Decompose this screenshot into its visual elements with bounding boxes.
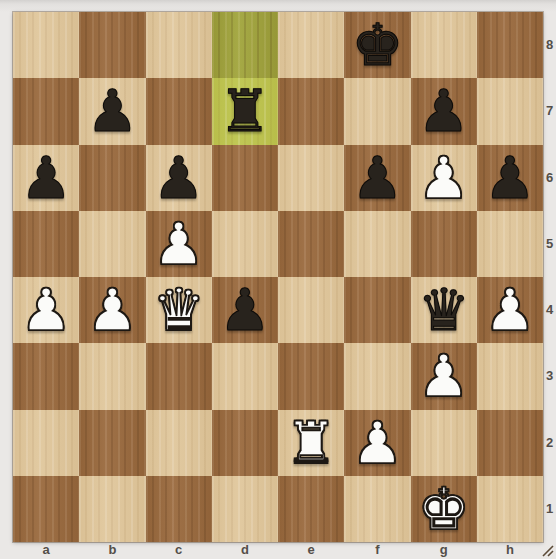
- rank-labels: 87654321: [543, 12, 556, 542]
- square-d4[interactable]: ♟: [212, 277, 278, 343]
- rank-label-6: 6: [543, 145, 556, 211]
- square-e5[interactable]: [278, 211, 344, 277]
- file-labels: abcdefgh: [13, 542, 543, 559]
- rank-label-5: 5: [543, 211, 556, 277]
- square-g2[interactable]: [411, 410, 477, 476]
- piece-black-pawn[interactable]: ♟: [477, 145, 543, 211]
- file-label-e: e: [278, 542, 344, 559]
- square-h8[interactable]: [477, 12, 543, 78]
- square-d3[interactable]: [212, 343, 278, 409]
- square-g3[interactable]: ♟: [411, 343, 477, 409]
- square-b6[interactable]: [79, 145, 145, 211]
- file-label-c: c: [146, 542, 212, 559]
- square-f3[interactable]: [344, 343, 410, 409]
- square-h2[interactable]: [477, 410, 543, 476]
- file-label-f: f: [344, 542, 410, 559]
- square-d7[interactable]: ♜: [212, 78, 278, 144]
- rank-label-4: 4: [543, 277, 556, 343]
- square-g6[interactable]: ♟: [411, 145, 477, 211]
- square-e2[interactable]: ♜: [278, 410, 344, 476]
- square-c2[interactable]: [146, 410, 212, 476]
- square-a7[interactable]: [13, 78, 79, 144]
- square-h7[interactable]: [477, 78, 543, 144]
- square-a5[interactable]: [13, 211, 79, 277]
- file-label-b: b: [79, 542, 145, 559]
- piece-white-king[interactable]: ♚: [411, 476, 477, 542]
- piece-white-pawn[interactable]: ♟: [13, 277, 79, 343]
- square-h1[interactable]: [477, 476, 543, 542]
- square-h5[interactable]: [477, 211, 543, 277]
- rank-label-7: 7: [543, 78, 556, 144]
- square-d2[interactable]: [212, 410, 278, 476]
- square-f2[interactable]: ♟: [344, 410, 410, 476]
- piece-white-pawn[interactable]: ♟: [146, 211, 212, 277]
- square-c6[interactable]: ♟: [146, 145, 212, 211]
- square-e1[interactable]: [278, 476, 344, 542]
- chess-board: ♚♟♜♟♟♟♟♟♟♟♟♟♛♟♛♟♟♜♟♚: [13, 12, 543, 542]
- square-e7[interactable]: [278, 78, 344, 144]
- piece-white-pawn[interactable]: ♟: [411, 343, 477, 409]
- square-a8[interactable]: [13, 12, 79, 78]
- square-a6[interactable]: ♟: [13, 145, 79, 211]
- square-c1[interactable]: [146, 476, 212, 542]
- file-label-g: g: [411, 542, 477, 559]
- square-f6[interactable]: ♟: [344, 145, 410, 211]
- square-d5[interactable]: [212, 211, 278, 277]
- square-g7[interactable]: ♟: [411, 78, 477, 144]
- square-f4[interactable]: [344, 277, 410, 343]
- piece-black-pawn[interactable]: ♟: [79, 78, 145, 144]
- piece-black-pawn[interactable]: ♟: [212, 277, 278, 343]
- square-f8[interactable]: ♚: [344, 12, 410, 78]
- rank-label-2: 2: [543, 410, 556, 476]
- resize-grip-icon[interactable]: [540, 543, 554, 557]
- piece-black-pawn[interactable]: ♟: [411, 78, 477, 144]
- square-c5[interactable]: ♟: [146, 211, 212, 277]
- square-f5[interactable]: [344, 211, 410, 277]
- piece-white-pawn[interactable]: ♟: [477, 277, 543, 343]
- square-a3[interactable]: [13, 343, 79, 409]
- square-c4[interactable]: ♛: [146, 277, 212, 343]
- square-c7[interactable]: [146, 78, 212, 144]
- square-g8[interactable]: [411, 12, 477, 78]
- square-a2[interactable]: [13, 410, 79, 476]
- square-d1[interactable]: [212, 476, 278, 542]
- square-b2[interactable]: [79, 410, 145, 476]
- piece-white-rook[interactable]: ♜: [278, 410, 344, 476]
- file-label-d: d: [212, 542, 278, 559]
- square-f7[interactable]: [344, 78, 410, 144]
- square-b8[interactable]: [79, 12, 145, 78]
- square-b7[interactable]: ♟: [79, 78, 145, 144]
- square-e6[interactable]: [278, 145, 344, 211]
- rank-label-1: 1: [543, 476, 556, 542]
- file-label-h: h: [477, 542, 543, 559]
- square-g5[interactable]: [411, 211, 477, 277]
- piece-black-pawn[interactable]: ♟: [146, 145, 212, 211]
- piece-black-queen[interactable]: ♛: [411, 277, 477, 343]
- square-e4[interactable]: [278, 277, 344, 343]
- piece-white-pawn[interactable]: ♟: [344, 410, 410, 476]
- file-label-a: a: [13, 542, 79, 559]
- square-g4[interactable]: ♛: [411, 277, 477, 343]
- piece-black-pawn[interactable]: ♟: [344, 145, 410, 211]
- piece-black-king[interactable]: ♚: [344, 12, 410, 78]
- rank-label-3: 3: [543, 343, 556, 409]
- square-h3[interactable]: [477, 343, 543, 409]
- piece-black-pawn[interactable]: ♟: [13, 145, 79, 211]
- square-b4[interactable]: ♟: [79, 277, 145, 343]
- square-b3[interactable]: [79, 343, 145, 409]
- square-b5[interactable]: [79, 211, 145, 277]
- square-g1[interactable]: ♚: [411, 476, 477, 542]
- square-d8[interactable]: [212, 12, 278, 78]
- square-h4[interactable]: ♟: [477, 277, 543, 343]
- square-e3[interactable]: [278, 343, 344, 409]
- square-b1[interactable]: [79, 476, 145, 542]
- piece-black-rook[interactable]: ♜: [212, 78, 278, 144]
- square-c8[interactable]: [146, 12, 212, 78]
- square-h6[interactable]: ♟: [477, 145, 543, 211]
- square-e8[interactable]: [278, 12, 344, 78]
- piece-white-pawn[interactable]: ♟: [79, 277, 145, 343]
- square-c3[interactable]: [146, 343, 212, 409]
- piece-white-queen[interactable]: ♛: [146, 277, 212, 343]
- piece-white-pawn[interactable]: ♟: [411, 145, 477, 211]
- square-a1[interactable]: [13, 476, 79, 542]
- square-f1[interactable]: [344, 476, 410, 542]
- square-d6[interactable]: [212, 145, 278, 211]
- rank-label-8: 8: [543, 12, 556, 78]
- square-a4[interactable]: ♟: [13, 277, 79, 343]
